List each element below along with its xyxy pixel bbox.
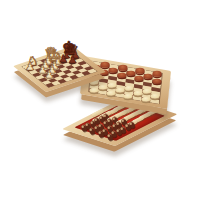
storage-box-felt [75,102,165,140]
product-photo: ♚♛♝♟♛♚♟♟♟♝♞♟♟♟♟♟♟ [0,0,200,200]
board-square [150,98,159,103]
